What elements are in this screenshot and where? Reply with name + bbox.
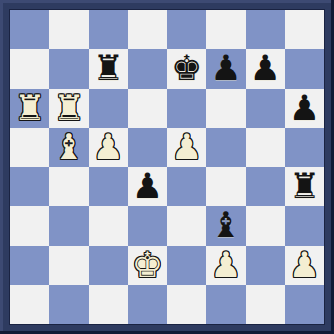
square-f2[interactable]: ♟ xyxy=(206,246,245,285)
black-king-e7[interactable]: ♚ xyxy=(171,49,202,88)
square-d6[interactable] xyxy=(128,89,167,128)
square-a1[interactable] xyxy=(10,285,49,324)
square-g7[interactable]: ♟ xyxy=(246,49,285,88)
white-pawn-e5[interactable]: ♟ xyxy=(171,128,202,167)
square-d3[interactable] xyxy=(128,206,167,245)
square-a8[interactable] xyxy=(10,10,49,49)
white-pawn-c5[interactable]: ♟ xyxy=(92,128,123,167)
black-rook-c7[interactable]: ♜ xyxy=(92,49,123,88)
square-g6[interactable] xyxy=(246,89,285,128)
black-bishop-f3[interactable]: ♝ xyxy=(210,206,241,245)
square-g1[interactable] xyxy=(246,285,285,324)
square-g8[interactable] xyxy=(246,10,285,49)
square-b5[interactable]: ♝ xyxy=(49,128,88,167)
chess-board: ♜♚♟♟♜♜♟♝♟♟♟♜♝♚♟♟ xyxy=(10,10,324,324)
square-e2[interactable] xyxy=(167,246,206,285)
square-d1[interactable] xyxy=(128,285,167,324)
square-b7[interactable] xyxy=(49,49,88,88)
white-pawn-f2[interactable]: ♟ xyxy=(210,246,241,285)
square-h7[interactable] xyxy=(285,49,324,88)
square-d4[interactable]: ♟ xyxy=(128,167,167,206)
square-h1[interactable] xyxy=(285,285,324,324)
square-c8[interactable] xyxy=(89,10,128,49)
square-f6[interactable] xyxy=(206,89,245,128)
square-f5[interactable] xyxy=(206,128,245,167)
square-c3[interactable] xyxy=(89,206,128,245)
square-h8[interactable] xyxy=(285,10,324,49)
square-g5[interactable] xyxy=(246,128,285,167)
square-d2[interactable]: ♚ xyxy=(128,246,167,285)
square-e7[interactable]: ♚ xyxy=(167,49,206,88)
square-f3[interactable]: ♝ xyxy=(206,206,245,245)
square-e8[interactable] xyxy=(167,10,206,49)
white-king-d2[interactable]: ♚ xyxy=(132,246,163,285)
square-c2[interactable] xyxy=(89,246,128,285)
square-b6[interactable]: ♜ xyxy=(49,89,88,128)
square-e5[interactable]: ♟ xyxy=(167,128,206,167)
square-a6[interactable]: ♜ xyxy=(10,89,49,128)
square-h6[interactable]: ♟ xyxy=(285,89,324,128)
square-c7[interactable]: ♜ xyxy=(89,49,128,88)
square-e1[interactable] xyxy=(167,285,206,324)
square-b1[interactable] xyxy=(49,285,88,324)
square-h5[interactable] xyxy=(285,128,324,167)
square-b8[interactable] xyxy=(49,10,88,49)
square-f1[interactable] xyxy=(206,285,245,324)
square-e4[interactable] xyxy=(167,167,206,206)
square-e6[interactable] xyxy=(167,89,206,128)
square-b3[interactable] xyxy=(49,206,88,245)
square-a5[interactable] xyxy=(10,128,49,167)
square-c4[interactable] xyxy=(89,167,128,206)
black-pawn-d4[interactable]: ♟ xyxy=(132,167,163,206)
board-frame: ♜♚♟♟♜♜♟♝♟♟♟♜♝♚♟♟ xyxy=(0,0,334,334)
white-rook-b6[interactable]: ♜ xyxy=(53,89,84,128)
square-c6[interactable] xyxy=(89,89,128,128)
square-f8[interactable] xyxy=(206,10,245,49)
square-c5[interactable]: ♟ xyxy=(89,128,128,167)
square-a4[interactable] xyxy=(10,167,49,206)
square-g4[interactable] xyxy=(246,167,285,206)
square-f7[interactable]: ♟ xyxy=(206,49,245,88)
square-b4[interactable] xyxy=(49,167,88,206)
square-d8[interactable] xyxy=(128,10,167,49)
square-b2[interactable] xyxy=(49,246,88,285)
black-pawn-g7[interactable]: ♟ xyxy=(249,49,280,88)
white-pawn-h2[interactable]: ♟ xyxy=(289,246,320,285)
square-a7[interactable] xyxy=(10,49,49,88)
square-g2[interactable] xyxy=(246,246,285,285)
white-rook-a6[interactable]: ♜ xyxy=(14,89,45,128)
square-d5[interactable] xyxy=(128,128,167,167)
black-pawn-h6[interactable]: ♟ xyxy=(289,89,320,128)
black-rook-h4[interactable]: ♜ xyxy=(289,167,320,206)
square-h4[interactable]: ♜ xyxy=(285,167,324,206)
square-h3[interactable] xyxy=(285,206,324,245)
square-a3[interactable] xyxy=(10,206,49,245)
square-h2[interactable]: ♟ xyxy=(285,246,324,285)
square-g3[interactable] xyxy=(246,206,285,245)
black-pawn-f7[interactable]: ♟ xyxy=(210,49,241,88)
square-f4[interactable] xyxy=(206,167,245,206)
square-d7[interactable] xyxy=(128,49,167,88)
square-e3[interactable] xyxy=(167,206,206,245)
square-c1[interactable] xyxy=(89,285,128,324)
white-bishop-b5[interactable]: ♝ xyxy=(53,128,84,167)
square-a2[interactable] xyxy=(10,246,49,285)
